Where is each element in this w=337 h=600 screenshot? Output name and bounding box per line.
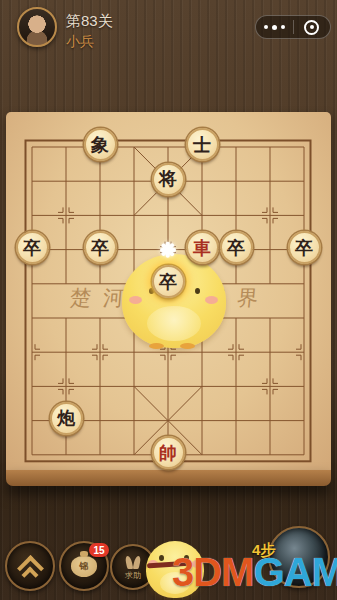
player-rank-label: 小兵 — [66, 33, 94, 51]
xiangqi-board[interactable]: 楚河 漢界 象士将卒卒車卒卒卒炮帥 — [6, 112, 331, 470]
piece-将-e1[interactable]: 将 — [152, 163, 185, 196]
piece-卒-a3[interactable]: 卒 — [16, 231, 49, 264]
piece-卒-g3[interactable]: 卒 — [220, 231, 253, 264]
watermark-3dm: 3DM — [172, 550, 253, 594]
hint-count-badge: 15 — [89, 543, 109, 557]
board-bottom-edge — [6, 470, 331, 486]
praying-hands-icon — [126, 556, 140, 569]
piece-帥-e9[interactable]: 帥 — [152, 436, 185, 469]
more-icon — [281, 25, 285, 29]
watermark-game: GAME — [253, 550, 337, 594]
expand-menu-button[interactable] — [5, 541, 55, 591]
piece-卒-c3[interactable]: 卒 — [84, 231, 117, 264]
more-icon — [264, 25, 268, 29]
money-pouch-icon: 锦 — [71, 556, 97, 577]
wechat-capsule — [255, 15, 331, 39]
hint-bag-button[interactable]: 锦 15 — [59, 541, 109, 591]
watermark: 3DMGAME — [172, 550, 337, 595]
exit-icon — [304, 20, 319, 35]
piece-炮-b8[interactable]: 炮 — [50, 402, 83, 435]
exit-button[interactable] — [294, 16, 331, 38]
piece-車-f3[interactable]: 車 — [186, 231, 219, 264]
piece-卒-i3[interactable]: 卒 — [288, 231, 321, 264]
piece-士-f0[interactable]: 士 — [186, 128, 219, 161]
piece-卒-e4[interactable]: 卒 — [152, 265, 185, 298]
help-button-label: 求助 — [125, 570, 141, 581]
sparkle-marker — [159, 241, 177, 259]
more-icon — [272, 25, 277, 30]
player-avatar — [17, 7, 57, 47]
piece-grid: 象士将卒卒車卒卒卒炮帥 — [15, 130, 321, 472]
level-title: 第83关 — [66, 12, 113, 31]
piece-象-c0[interactable]: 象 — [84, 128, 117, 161]
more-button[interactable] — [256, 16, 293, 38]
